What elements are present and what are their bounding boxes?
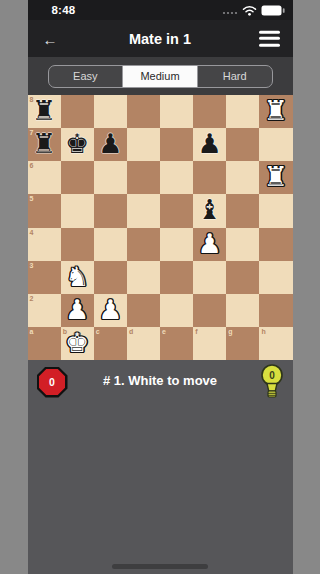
square-f8[interactable] (193, 95, 226, 128)
coord-label-3: 3 (30, 262, 34, 269)
square-c2[interactable]: ♟ (94, 294, 127, 327)
square-e1[interactable]: e (160, 327, 193, 360)
piece-black-bishop[interactable]: ♝ (198, 196, 222, 223)
coord-label-d: d (129, 328, 133, 335)
square-g8[interactable] (226, 95, 259, 128)
square-a4[interactable]: 4 (28, 228, 61, 261)
square-e5[interactable] (160, 194, 193, 227)
square-f4[interactable]: ♟ (193, 228, 226, 261)
square-f6[interactable] (193, 161, 226, 194)
coord-label-4: 4 (30, 229, 34, 236)
piece-white-king[interactable]: ♚ (65, 329, 89, 356)
piece-black-pawn[interactable]: ♟ (198, 130, 222, 157)
square-h8[interactable]: ♜ (259, 95, 292, 128)
square-c6[interactable] (94, 161, 127, 194)
square-h6[interactable]: ♜ (259, 161, 292, 194)
coord-label-6: 6 (30, 162, 34, 169)
back-button[interactable]: ← (39, 27, 62, 50)
square-c5[interactable] (94, 194, 127, 227)
square-h2[interactable] (259, 294, 292, 327)
square-g3[interactable] (226, 261, 259, 294)
tab-easy[interactable]: Easy (49, 66, 124, 87)
square-e8[interactable] (160, 95, 193, 128)
square-a7[interactable]: 7♜ (28, 128, 61, 161)
coord-label-5: 5 (30, 195, 34, 202)
square-d4[interactable] (127, 228, 160, 261)
square-e4[interactable] (160, 228, 193, 261)
difficulty-tab-band: Easy Medium Hard (28, 57, 293, 95)
square-f3[interactable] (193, 261, 226, 294)
tab-medium[interactable]: Medium (123, 66, 198, 87)
square-e6[interactable] (160, 161, 193, 194)
square-a3[interactable]: 3 (28, 261, 61, 294)
square-c8[interactable] (94, 95, 127, 128)
app-screen: 8:48 ← Mate in 1 (28, 0, 293, 574)
square-d7[interactable] (127, 128, 160, 161)
status-bar: 8:48 (28, 0, 293, 20)
coord-label-a: a (30, 328, 34, 335)
coord-label-b: b (63, 328, 67, 335)
square-c3[interactable] (94, 261, 127, 294)
square-c1[interactable]: c (94, 327, 127, 360)
hamburger-menu-icon[interactable] (256, 27, 283, 50)
square-a6[interactable]: 6 (28, 161, 61, 194)
square-b1[interactable]: b♚ (61, 327, 94, 360)
coord-label-g: g (228, 328, 232, 335)
square-c4[interactable] (94, 228, 127, 261)
bottom-bar: 0 # 1. White to move 0 (28, 360, 293, 574)
square-g2[interactable] (226, 294, 259, 327)
status-icons (222, 5, 285, 16)
square-b5[interactable] (61, 194, 94, 227)
square-h4[interactable] (259, 228, 292, 261)
square-f2[interactable] (193, 294, 226, 327)
page-title: Mate in 1 (129, 31, 191, 47)
square-g5[interactable] (226, 194, 259, 227)
piece-white-rook[interactable]: ♜ (264, 97, 288, 124)
square-b4[interactable] (61, 228, 94, 261)
square-h3[interactable] (259, 261, 292, 294)
square-c7[interactable]: ♟ (94, 128, 127, 161)
piece-white-pawn[interactable]: ♟ (98, 296, 122, 323)
square-f5[interactable]: ♝ (193, 194, 226, 227)
piece-white-pawn[interactable]: ♟ (65, 296, 89, 323)
square-d5[interactable] (127, 194, 160, 227)
square-b3[interactable]: ♞ (61, 261, 94, 294)
coord-label-f: f (195, 328, 197, 335)
square-h1[interactable]: h (259, 327, 292, 360)
square-g1[interactable]: g (226, 327, 259, 360)
square-b8[interactable] (61, 95, 94, 128)
home-indicator[interactable] (112, 564, 208, 569)
nav-header: ← Mate in 1 (28, 20, 293, 57)
cellular-signal-icon (222, 5, 238, 15)
piece-black-rook[interactable]: ♜ (32, 97, 56, 124)
coord-label-7: 7 (30, 129, 34, 136)
wifi-icon (242, 5, 257, 16)
square-a2[interactable]: 2 (28, 294, 61, 327)
puzzle-status-row: 0 # 1. White to move 0 (28, 360, 293, 404)
square-d8[interactable] (127, 95, 160, 128)
square-g4[interactable] (226, 228, 259, 261)
square-h5[interactable] (259, 194, 292, 227)
square-a1[interactable]: a (28, 327, 61, 360)
piece-white-rook[interactable]: ♜ (264, 163, 288, 190)
battery-icon (261, 5, 285, 16)
puzzle-prompt: # 1. White to move (28, 373, 293, 388)
piece-black-rook[interactable]: ♜ (32, 130, 56, 157)
square-a8[interactable]: 8♜ (28, 95, 61, 128)
square-e2[interactable] (160, 294, 193, 327)
square-d2[interactable] (127, 294, 160, 327)
square-g7[interactable] (226, 128, 259, 161)
piece-white-knight[interactable]: ♞ (65, 263, 89, 290)
square-h7[interactable] (259, 128, 292, 161)
square-a5[interactable]: 5 (28, 194, 61, 227)
square-f1[interactable]: f (193, 327, 226, 360)
coord-label-c: c (96, 328, 100, 335)
square-d6[interactable] (127, 161, 160, 194)
coord-label-2: 2 (30, 295, 34, 302)
piece-black-pawn[interactable]: ♟ (98, 130, 122, 157)
square-d1[interactable]: d (127, 327, 160, 360)
square-f7[interactable]: ♟ (193, 128, 226, 161)
clock-time: 8:48 (52, 4, 76, 16)
square-e3[interactable] (160, 261, 193, 294)
piece-white-pawn[interactable]: ♟ (198, 230, 222, 257)
square-b6[interactable] (61, 161, 94, 194)
coord-label-h: h (261, 328, 265, 335)
coord-label-8: 8 (30, 96, 34, 103)
square-b7[interactable]: ♚ (61, 128, 94, 161)
square-e7[interactable] (160, 128, 193, 161)
piece-black-king[interactable]: ♚ (65, 130, 89, 157)
square-g6[interactable] (226, 161, 259, 194)
chess-board: 8♜♜7♜♚♟♟6♜5♝4♟3♞2♟♟ab♚cdefgh (28, 95, 293, 360)
square-b2[interactable]: ♟ (61, 294, 94, 327)
coord-label-e: e (162, 328, 166, 335)
square-d3[interactable] (127, 261, 160, 294)
tab-hard[interactable]: Hard (198, 66, 272, 87)
difficulty-segmented-control: Easy Medium Hard (48, 65, 273, 88)
